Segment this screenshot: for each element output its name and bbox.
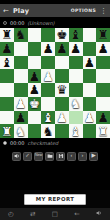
square-d1[interactable]: ♞ [41,124,55,138]
square-g2[interactable]: ♟ [83,111,97,125]
black-knight-piece[interactable]: ♞ [43,125,54,138]
square-e3[interactable] [55,97,69,111]
square-h8[interactable]: ♜ [96,28,110,42]
check-icon: ✓ [25,153,30,159]
square-a2[interactable] [0,111,14,125]
square-d5[interactable]: ♟ [41,69,55,83]
black-pawn-piece[interactable]: ♟ [84,56,95,69]
square-c6[interactable] [28,56,42,70]
square-f1[interactable]: ♝ [69,124,83,138]
square-e4[interactable]: ♛ [55,83,69,97]
square-f8[interactable]: ♝ [69,28,83,42]
engine-check-button[interactable]: ✓ [23,152,32,161]
my-report-button[interactable]: MY REPORT [24,194,86,205]
black-pawn-piece[interactable]: ♟ [15,111,26,124]
square-g8[interactable] [83,28,97,42]
ad-banner: MY REPORT [0,190,110,208]
square-c3[interactable]: ♚ [28,97,42,111]
square-b3[interactable]: ♟ [14,97,28,111]
square-h7[interactable]: ♟ [96,42,110,56]
folder-icon [47,153,53,159]
play-button[interactable]: ▶ [89,152,98,161]
white-rook-piece[interactable]: ♜ [1,125,12,138]
options-button[interactable]: OPTIONS [71,8,96,13]
square-f7[interactable]: ♟ [69,42,83,56]
content-spacer [0,164,110,190]
black-pawn-piece[interactable]: ♟ [29,70,40,83]
black-pawn-piece[interactable]: ♟ [70,42,81,55]
play-icon: ▶ [91,153,95,159]
recents-icon[interactable]: □ [52,211,58,218]
new-game-label: New [35,154,42,158]
speaker-icon [14,153,20,159]
white-king-piece[interactable]: ♚ [29,97,40,110]
square-g4[interactable] [83,83,97,97]
black-bishop-piece[interactable]: ♝ [70,28,81,41]
square-a3[interactable] [0,97,14,111]
black-bishop-piece[interactable]: ♝ [1,56,12,69]
white-bishop-piece[interactable]: ♝ [43,111,54,124]
square-h4[interactable] [96,83,110,97]
new-game-button[interactable]: New [34,152,43,161]
white-pawn-piece[interactable]: ♟ [43,70,54,83]
square-b4[interactable] [14,83,28,97]
black-pawn-piece[interactable]: ♟ [98,111,109,124]
square-b5[interactable] [14,69,28,83]
square-e7[interactable]: ♟ [55,42,69,56]
black-rook-piece[interactable]: ♜ [98,28,109,41]
player-row-black: 00:00 (Unknown) [0,17,110,28]
back-icon[interactable]: ← [3,7,9,15]
chess-board[interactable]: ♜♞♚♝♜♟♟♟♟♟♝♟♟♟♟♛♟♚♞♟♝♟♟♟♜♞♞♝♜ [0,28,110,138]
white-pawn-piece[interactable]: ♟ [84,111,95,124]
square-c8[interactable] [28,28,42,42]
square-b2[interactable]: ♟ [14,111,28,125]
square-h2[interactable]: ♟ [96,111,110,125]
square-a8[interactable]: ♜ [0,28,14,42]
open-file-button[interactable] [45,152,54,161]
floppy-disk-icon [58,153,64,159]
black-player-name: (Unknown) [27,20,54,26]
black-knight-piece[interactable]: ♞ [15,28,26,41]
square-f4[interactable] [69,83,83,97]
overflow-menu-icon[interactable]: ⋮ [100,7,107,15]
square-b7[interactable] [14,42,28,56]
chevron-left-icon: ‹ [71,153,73,159]
square-a6[interactable]: ♝ [0,56,14,70]
square-c2[interactable] [28,111,42,125]
white-side-indicator-icon [3,141,7,145]
phone-screen: ← Play OPTIONS ⋮ 00:00 (Unknown) ♜♞♚♝♜♟♟… [0,0,110,220]
square-b6[interactable] [14,56,28,70]
square-c7[interactable] [28,42,42,56]
square-d6[interactable] [41,56,55,70]
player-row-white: 00:00 checkmated [0,138,110,148]
rotate-icon[interactable]: ◴ [8,211,14,218]
square-e1[interactable] [55,124,69,138]
next-move-button[interactable]: › [78,152,87,161]
android-nav-bar: ◴ ⇄ □ ← [0,208,110,220]
app-bar: ← Play OPTIONS ⋮ [0,4,110,17]
black-pawn-piece[interactable]: ♟ [29,83,40,96]
square-e6[interactable] [55,56,69,70]
black-pawn-piece[interactable]: ♟ [1,42,12,55]
square-b8[interactable]: ♞ [14,28,28,42]
square-f5[interactable] [69,69,83,83]
white-player-status: checkmated [27,140,58,146]
black-clock: 00:00 [10,20,24,26]
prev-move-button[interactable]: ‹ [67,152,76,161]
square-g1[interactable] [83,124,97,138]
square-f3[interactable]: ♞ [69,97,83,111]
black-queen-piece[interactable]: ♛ [56,83,67,96]
chevron-right-icon: › [82,153,84,159]
black-pawn-piece[interactable]: ♟ [56,42,67,55]
square-d7[interactable]: ♟ [41,42,55,56]
square-d2[interactable]: ♝ [41,111,55,125]
square-a1[interactable]: ♜ [0,124,14,138]
square-d8[interactable] [41,28,55,42]
black-pawn-piece[interactable]: ♟ [98,42,109,55]
white-clock: 00:00 [10,140,24,146]
square-a4[interactable] [0,83,14,97]
black-side-indicator-icon [3,21,7,25]
square-a5[interactable] [0,69,14,83]
page-title: Play [13,7,29,15]
square-g7[interactable] [83,42,97,56]
square-c5[interactable]: ♟ [28,69,42,83]
square-g6[interactable]: ♟ [83,56,97,70]
square-g3[interactable] [83,97,97,111]
square-e2[interactable]: ♟ [55,111,69,125]
white-rook-piece[interactable]: ♜ [98,125,109,138]
back-nav-icon[interactable]: ← [74,211,79,218]
square-b1[interactable]: ♞ [14,124,28,138]
square-a7[interactable]: ♟ [0,42,14,56]
toolbar: ✓ New ‹ › ▶ [0,148,110,164]
square-f2[interactable] [69,111,83,125]
sound-button[interactable] [12,152,21,161]
square-h3[interactable] [96,97,110,111]
square-d3[interactable] [41,97,55,111]
white-knight-piece[interactable]: ♞ [70,97,81,110]
save-button[interactable] [56,152,65,161]
white-knight-piece[interactable]: ♞ [15,125,26,138]
square-e8[interactable]: ♚ [55,28,69,42]
square-c4[interactable]: ♟ [28,83,42,97]
square-f6[interactable] [69,56,83,70]
white-pawn-piece[interactable]: ♟ [56,111,67,124]
black-pawn-piece[interactable]: ♟ [43,42,54,55]
square-g5[interactable] [83,69,97,83]
square-e5[interactable] [55,69,69,83]
white-pawn-piece[interactable]: ♟ [15,97,26,110]
square-h1[interactable]: ♜ [96,124,110,138]
black-rook-piece[interactable]: ♜ [1,28,12,41]
white-bishop-piece[interactable]: ♝ [70,125,81,138]
square-d4[interactable] [41,83,55,97]
shake-icon[interactable]: ⇄ [30,211,35,218]
square-h6[interactable] [96,56,110,70]
square-c1[interactable] [28,124,42,138]
square-h5[interactable] [96,69,110,83]
black-king-piece[interactable]: ♚ [56,28,67,41]
volume-icon[interactable] [96,210,102,218]
